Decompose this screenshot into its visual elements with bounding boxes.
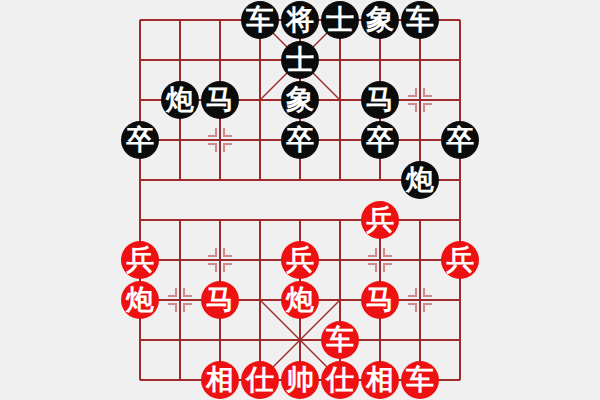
piece-black-elephant[interactable]: 象 — [281, 81, 319, 119]
piece-red-advisor[interactable]: 仕 — [321, 361, 359, 399]
piece-red-chariot[interactable]: 车 — [401, 361, 439, 399]
piece-red-soldier[interactable]: 兵 — [361, 201, 399, 239]
piece-black-soldier[interactable]: 卒 — [361, 121, 399, 159]
piece-red-chariot[interactable]: 车 — [321, 321, 359, 359]
piece-black-soldier[interactable]: 卒 — [121, 121, 159, 159]
piece-red-soldier[interactable]: 兵 — [441, 241, 479, 279]
piece-red-horse[interactable]: 马 — [201, 281, 239, 319]
xiangqi-board-screen: 车将士象车士炮马象马卒卒卒卒炮兵兵兵兵炮马炮马车相仕帅仕相车 — [0, 0, 600, 400]
piece-black-soldier[interactable]: 卒 — [281, 121, 319, 159]
piece-black-cannon[interactable]: 炮 — [401, 161, 439, 199]
piece-red-soldier[interactable]: 兵 — [121, 241, 159, 279]
piece-red-general[interactable]: 帅 — [281, 361, 319, 399]
piece-black-horse[interactable]: 马 — [201, 81, 239, 119]
pieces-layer: 车将士象车士炮马象马卒卒卒卒炮兵兵兵兵炮马炮马车相仕帅仕相车 — [0, 0, 600, 400]
piece-red-cannon[interactable]: 炮 — [121, 281, 159, 319]
piece-black-advisor[interactable]: 士 — [321, 1, 359, 39]
piece-black-horse[interactable]: 马 — [361, 81, 399, 119]
piece-black-general[interactable]: 将 — [281, 1, 319, 39]
piece-black-cannon[interactable]: 炮 — [161, 81, 199, 119]
piece-red-horse[interactable]: 马 — [361, 281, 399, 319]
piece-red-elephant[interactable]: 相 — [201, 361, 239, 399]
piece-black-elephant[interactable]: 象 — [361, 1, 399, 39]
piece-black-advisor[interactable]: 士 — [281, 41, 319, 79]
piece-red-elephant[interactable]: 相 — [361, 361, 399, 399]
piece-black-soldier[interactable]: 卒 — [441, 121, 479, 159]
piece-red-soldier[interactable]: 兵 — [281, 241, 319, 279]
piece-red-advisor[interactable]: 仕 — [241, 361, 279, 399]
piece-black-chariot[interactable]: 车 — [241, 1, 279, 39]
piece-red-cannon[interactable]: 炮 — [281, 281, 319, 319]
piece-black-chariot[interactable]: 车 — [401, 1, 439, 39]
